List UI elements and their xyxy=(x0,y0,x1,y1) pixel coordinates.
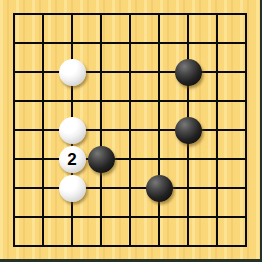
board-intersection[interactable] xyxy=(116,0,145,29)
board-intersection[interactable] xyxy=(58,0,87,29)
board-intersection[interactable] xyxy=(87,203,116,232)
board-intersection[interactable] xyxy=(116,232,145,261)
black-stone xyxy=(88,146,115,173)
board-intersection[interactable] xyxy=(29,87,58,116)
board-intersection[interactable] xyxy=(232,116,261,145)
board-intersection[interactable] xyxy=(232,145,261,174)
black-stone xyxy=(175,117,202,144)
board-intersection[interactable] xyxy=(145,58,174,87)
board-intersection[interactable] xyxy=(29,145,58,174)
white-stone xyxy=(59,59,86,86)
board-intersection[interactable] xyxy=(29,116,58,145)
board-intersection[interactable] xyxy=(203,58,232,87)
board-intersection[interactable] xyxy=(0,116,29,145)
board-intersection[interactable] xyxy=(58,29,87,58)
board-intersection[interactable] xyxy=(58,116,87,145)
black-stone xyxy=(175,59,202,86)
board-intersection[interactable] xyxy=(87,145,116,174)
board-intersection[interactable] xyxy=(0,174,29,203)
board-intersection[interactable] xyxy=(116,145,145,174)
board-intersection[interactable] xyxy=(29,203,58,232)
board-intersection[interactable] xyxy=(232,29,261,58)
board-intersection[interactable] xyxy=(29,232,58,261)
board-intersection[interactable] xyxy=(203,116,232,145)
board-intersection[interactable] xyxy=(203,203,232,232)
board-grid: 2 xyxy=(0,0,261,261)
board-intersection[interactable] xyxy=(203,145,232,174)
board-intersection[interactable] xyxy=(145,29,174,58)
board-intersection[interactable] xyxy=(145,0,174,29)
move-number-label: 2 xyxy=(67,151,76,168)
board-intersection[interactable] xyxy=(145,87,174,116)
board-intersection[interactable] xyxy=(145,203,174,232)
board-intersection[interactable] xyxy=(116,87,145,116)
go-board: 2 xyxy=(0,0,262,262)
board-intersection[interactable] xyxy=(58,58,87,87)
board-intersection[interactable] xyxy=(0,232,29,261)
board-intersection[interactable] xyxy=(174,232,203,261)
board-intersection[interactable] xyxy=(0,203,29,232)
board-intersection[interactable] xyxy=(29,58,58,87)
board-intersection[interactable] xyxy=(0,145,29,174)
board-intersection[interactable] xyxy=(116,29,145,58)
board-intersection[interactable] xyxy=(87,29,116,58)
board-intersection[interactable] xyxy=(87,174,116,203)
board-intersection[interactable] xyxy=(232,232,261,261)
board-intersection[interactable] xyxy=(203,174,232,203)
board-intersection[interactable] xyxy=(29,0,58,29)
white-stone xyxy=(59,175,86,202)
board-intersection[interactable] xyxy=(87,116,116,145)
board-intersection[interactable] xyxy=(0,29,29,58)
board-intersection[interactable] xyxy=(116,174,145,203)
board-intersection[interactable] xyxy=(145,174,174,203)
board-intersection[interactable] xyxy=(232,0,261,29)
white-stone xyxy=(59,117,86,144)
board-intersection[interactable] xyxy=(232,87,261,116)
board-intersection[interactable] xyxy=(0,87,29,116)
board-intersection[interactable] xyxy=(203,232,232,261)
board-intersection[interactable] xyxy=(203,0,232,29)
board-intersection[interactable] xyxy=(145,232,174,261)
board-intersection[interactable] xyxy=(145,116,174,145)
board-intersection[interactable] xyxy=(174,0,203,29)
board-intersection[interactable] xyxy=(203,87,232,116)
board-intersection[interactable] xyxy=(58,87,87,116)
white-stone: 2 xyxy=(59,146,86,173)
board-intersection[interactable] xyxy=(116,58,145,87)
board-intersection[interactable] xyxy=(174,116,203,145)
board-intersection[interactable] xyxy=(29,174,58,203)
board-intersection[interactable] xyxy=(58,203,87,232)
board-intersection[interactable] xyxy=(87,87,116,116)
board-intersection[interactable] xyxy=(87,58,116,87)
board-intersection[interactable] xyxy=(58,232,87,261)
board-intersection[interactable] xyxy=(145,145,174,174)
board-intersection[interactable] xyxy=(174,145,203,174)
board-intersection[interactable] xyxy=(116,116,145,145)
board-intersection[interactable] xyxy=(174,174,203,203)
board-intersection[interactable]: 2 xyxy=(58,145,87,174)
board-intersection[interactable] xyxy=(232,174,261,203)
board-intersection[interactable] xyxy=(0,0,29,29)
board-intersection[interactable] xyxy=(174,29,203,58)
board-intersection[interactable] xyxy=(87,232,116,261)
black-stone xyxy=(146,175,173,202)
board-intersection[interactable] xyxy=(58,174,87,203)
board-intersection[interactable] xyxy=(174,58,203,87)
board-intersection[interactable] xyxy=(232,203,261,232)
board-intersection[interactable] xyxy=(174,87,203,116)
board-intersection[interactable] xyxy=(174,203,203,232)
board-intersection[interactable] xyxy=(232,58,261,87)
board-intersection[interactable] xyxy=(203,29,232,58)
board-intersection[interactable] xyxy=(29,29,58,58)
board-intersection[interactable] xyxy=(0,58,29,87)
board-intersection[interactable] xyxy=(116,203,145,232)
board-intersection[interactable] xyxy=(87,0,116,29)
